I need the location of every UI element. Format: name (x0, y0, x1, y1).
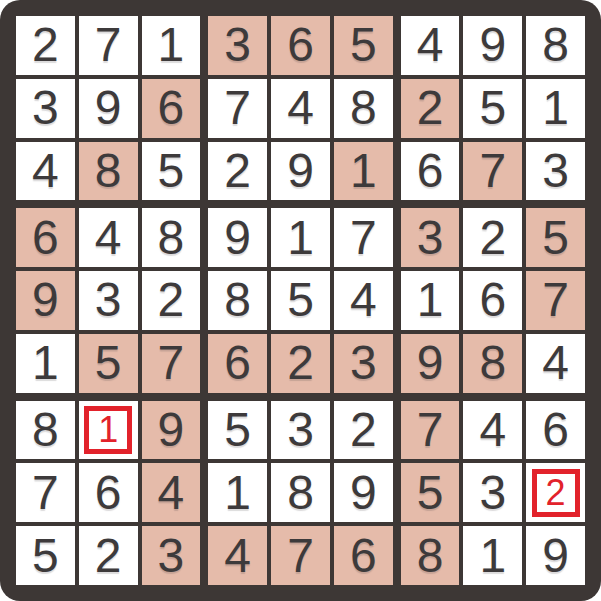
cell-r2c3[interactable]: 6 (142, 79, 201, 138)
cell-digit: 4 (350, 276, 377, 324)
sudoku-box-1-1: 917854623 (208, 208, 392, 392)
cell-digit: 3 (350, 339, 377, 387)
cell-r2c2[interactable]: 9 (79, 79, 138, 138)
cell-digit: 4 (417, 21, 444, 69)
cell-r2c8[interactable]: 5 (463, 79, 522, 138)
cell-digit: 7 (542, 276, 569, 324)
cell-digit: 3 (224, 21, 251, 69)
cell-digit: 6 (350, 532, 377, 580)
cell-r8c4[interactable]: 1 (208, 463, 267, 522)
cell-digit: 5 (224, 406, 251, 454)
cell-r9c7[interactable]: 8 (401, 526, 460, 585)
cell-r4c5[interactable]: 1 (271, 208, 330, 267)
cell-digit: 9 (224, 214, 251, 262)
cell-digit: 2 (417, 84, 444, 132)
marker-digit: 1 (98, 412, 118, 448)
cell-r1c6[interactable]: 5 (334, 16, 393, 75)
cell-digit: 3 (417, 214, 444, 262)
cell-digit: 1 (224, 469, 251, 517)
cell-r6c9[interactable]: 4 (526, 334, 585, 393)
cell-digit: 9 (350, 469, 377, 517)
cell-digit: 1 (479, 532, 506, 580)
cell-r9c4[interactable]: 4 (208, 526, 267, 585)
cell-r9c6[interactable]: 6 (334, 526, 393, 585)
cell-r3c5[interactable]: 9 (271, 142, 330, 201)
cell-digit: 2 (350, 406, 377, 454)
cell-digit: 4 (95, 214, 122, 262)
cell-r2c1[interactable]: 3 (16, 79, 75, 138)
cell-digit: 2 (287, 339, 314, 387)
cell-digit: 5 (417, 469, 444, 517)
red-marker-frame: 2 (532, 469, 580, 517)
cell-digit: 1 (32, 339, 59, 387)
cell-digit: 8 (158, 214, 185, 262)
cell-digit: 7 (224, 84, 251, 132)
cell-digit: 6 (95, 469, 122, 517)
cell-r8c2[interactable]: 6 (79, 463, 138, 522)
cell-digit: 9 (542, 532, 569, 580)
cell-digit: 8 (417, 532, 444, 580)
cell-digit: 3 (95, 276, 122, 324)
cell-digit: 3 (479, 469, 506, 517)
cell-r4c1[interactable]: 6 (16, 208, 75, 267)
cell-digit: 8 (479, 339, 506, 387)
cell-digit: 8 (350, 84, 377, 132)
sudoku-screen: 2713964853657482914982516736489321579178… (0, 0, 601, 601)
cell-digit: 8 (287, 469, 314, 517)
cell-digit: 2 (479, 214, 506, 262)
cell-digit: 4 (32, 147, 59, 195)
cell-r7c5[interactable]: 3 (271, 401, 330, 460)
cell-digit: 1 (158, 21, 185, 69)
cell-r6c1[interactable]: 1 (16, 334, 75, 393)
cell-r5c5[interactable]: 5 (271, 271, 330, 330)
cell-digit: 5 (32, 532, 59, 580)
cell-r1c8[interactable]: 9 (463, 16, 522, 75)
cell-r1c5[interactable]: 6 (271, 16, 330, 75)
cell-digit: 6 (32, 214, 59, 262)
cell-r5c2[interactable]: 3 (79, 271, 138, 330)
cell-r8c8[interactable]: 3 (463, 463, 522, 522)
cell-r9c8[interactable]: 1 (463, 526, 522, 585)
cell-digit: 3 (287, 406, 314, 454)
cell-r6c2[interactable]: 5 (79, 334, 138, 393)
cell-digit: 4 (287, 84, 314, 132)
cell-digit: 2 (158, 276, 185, 324)
cell-r2c5[interactable]: 4 (271, 79, 330, 138)
cell-r3c4[interactable]: 2 (208, 142, 267, 201)
cell-r5c9[interactable]: 7 (526, 271, 585, 330)
cell-digit: 6 (158, 84, 185, 132)
cell-digit: 4 (479, 406, 506, 454)
cell-digit: 1 (350, 147, 377, 195)
cell-digit: 7 (32, 469, 59, 517)
cell-r3c8[interactable]: 7 (463, 142, 522, 201)
cell-r4c7[interactable]: 3 (401, 208, 460, 267)
cell-digit: 7 (158, 339, 185, 387)
cell-r5c8[interactable]: 6 (463, 271, 522, 330)
cell-digit: 9 (95, 84, 122, 132)
cell-digit: 5 (95, 339, 122, 387)
cell-r9c3[interactable]: 3 (142, 526, 201, 585)
cell-r1c2[interactable]: 7 (79, 16, 138, 75)
cell-r8c5[interactable]: 8 (271, 463, 330, 522)
cell-r7c3[interactable]: 9 (142, 401, 201, 460)
cell-r9c9[interactable]: 9 (526, 526, 585, 585)
cell-digit: 7 (479, 147, 506, 195)
cell-digit: 1 (287, 214, 314, 262)
cell-r3c3[interactable]: 5 (142, 142, 201, 201)
cell-digit: 7 (95, 21, 122, 69)
cell-r6c6[interactable]: 3 (334, 334, 393, 393)
cell-r6c7[interactable]: 9 (401, 334, 460, 393)
cell-digit: 1 (417, 276, 444, 324)
cell-digit: 5 (542, 214, 569, 262)
cell-digit: 5 (350, 21, 377, 69)
cell-r4c3[interactable]: 8 (142, 208, 201, 267)
cell-r3c7[interactable]: 6 (401, 142, 460, 201)
cell-r7c1[interactable]: 8 (16, 401, 75, 460)
marker-digit: 2 (546, 475, 566, 511)
cell-r3c6[interactable]: 1 (334, 142, 393, 201)
cell-r9c1[interactable]: 5 (16, 526, 75, 585)
cell-r7c7[interactable]: 7 (401, 401, 460, 460)
cell-r6c4[interactable]: 6 (208, 334, 267, 393)
cell-r4c4[interactable]: 9 (208, 208, 267, 267)
cell-digit: 3 (542, 147, 569, 195)
cell-digit: 5 (287, 276, 314, 324)
red-marker-frame: 1 (84, 406, 132, 454)
cell-r9c5[interactable]: 7 (271, 526, 330, 585)
cell-r6c3[interactable]: 7 (142, 334, 201, 393)
sudoku-box-1-2: 325167984 (401, 208, 585, 392)
cell-r3c2[interactable]: 8 (79, 142, 138, 201)
cell-digit: 7 (350, 214, 377, 262)
cell-digit: 3 (32, 84, 59, 132)
cell-r7c8[interactable]: 4 (463, 401, 522, 460)
cell-r8c1[interactable]: 7 (16, 463, 75, 522)
cell-digit: 6 (417, 147, 444, 195)
cell-r2c9[interactable]: 1 (526, 79, 585, 138)
cell-r9c2[interactable]: 2 (79, 526, 138, 585)
sudoku-box-0-2: 498251673 (401, 16, 585, 200)
cell-r6c5[interactable]: 2 (271, 334, 330, 393)
cell-digit: 4 (542, 339, 569, 387)
cell-digit: 6 (287, 21, 314, 69)
sudoku-board: 2713964853657482914982516736489321579178… (0, 0, 601, 601)
cell-r8c7[interactable]: 5 (401, 463, 460, 522)
sudoku-box-2-2: 746532819 (401, 401, 585, 585)
cell-r6c8[interactable]: 8 (463, 334, 522, 393)
cell-r5c7[interactable]: 1 (401, 271, 460, 330)
cell-digit: 6 (479, 276, 506, 324)
cell-digit: 8 (224, 276, 251, 324)
cell-digit: 5 (479, 84, 506, 132)
cell-r7c9[interactable]: 6 (526, 401, 585, 460)
cell-digit: 9 (158, 406, 185, 454)
cell-r2c7[interactable]: 2 (401, 79, 460, 138)
cell-digit: 9 (479, 21, 506, 69)
cell-r7c6[interactable]: 2 (334, 401, 393, 460)
cell-digit: 7 (417, 406, 444, 454)
cell-digit: 2 (95, 532, 122, 580)
cell-r8c6[interactable]: 9 (334, 463, 393, 522)
cell-r5c4[interactable]: 8 (208, 271, 267, 330)
cell-r4c8[interactable]: 2 (463, 208, 522, 267)
cell-r5c6[interactable]: 4 (334, 271, 393, 330)
cell-digit: 6 (224, 339, 251, 387)
cell-r4c9[interactable]: 5 (526, 208, 585, 267)
cell-digit: 8 (95, 147, 122, 195)
cell-digit: 6 (542, 406, 569, 454)
cell-r3c9[interactable]: 3 (526, 142, 585, 201)
sudoku-box-0-0: 271396485 (16, 16, 200, 200)
cell-digit: 9 (287, 147, 314, 195)
cell-digit: 1 (542, 84, 569, 132)
cell-r2c4[interactable]: 7 (208, 79, 267, 138)
cell-r3c1[interactable]: 4 (16, 142, 75, 201)
cell-r2c6[interactable]: 8 (334, 79, 393, 138)
cell-r7c4[interactable]: 5 (208, 401, 267, 460)
cell-r1c7[interactable]: 4 (401, 16, 460, 75)
cell-digit: 9 (417, 339, 444, 387)
cell-digit: 4 (224, 532, 251, 580)
cell-r1c9[interactable]: 8 (526, 16, 585, 75)
cell-digit: 8 (32, 406, 59, 454)
cell-digit: 2 (32, 21, 59, 69)
cell-digit: 9 (32, 276, 59, 324)
cell-digit: 4 (158, 469, 185, 517)
cell-r4c2[interactable]: 4 (79, 208, 138, 267)
cell-digit: 2 (224, 147, 251, 195)
sudoku-box-1-0: 648932157 (16, 208, 200, 392)
sudoku-box-0-1: 365748291 (208, 16, 392, 200)
sudoku-box-2-0: 819764523 (16, 401, 200, 585)
cell-r4c6[interactable]: 7 (334, 208, 393, 267)
cell-r8c3[interactable]: 4 (142, 463, 201, 522)
cell-r1c3[interactable]: 1 (142, 16, 201, 75)
cell-digit: 7 (287, 532, 314, 580)
cell-r8c9[interactable]: 2 (526, 463, 585, 522)
cell-digit: 8 (542, 21, 569, 69)
cell-digit: 5 (158, 147, 185, 195)
cell-r5c3[interactable]: 2 (142, 271, 201, 330)
cell-r7c2[interactable]: 1 (79, 401, 138, 460)
cell-r1c1[interactable]: 2 (16, 16, 75, 75)
cell-r1c4[interactable]: 3 (208, 16, 267, 75)
cell-digit: 3 (158, 532, 185, 580)
cell-r5c1[interactable]: 9 (16, 271, 75, 330)
sudoku-box-2-1: 532189476 (208, 401, 392, 585)
